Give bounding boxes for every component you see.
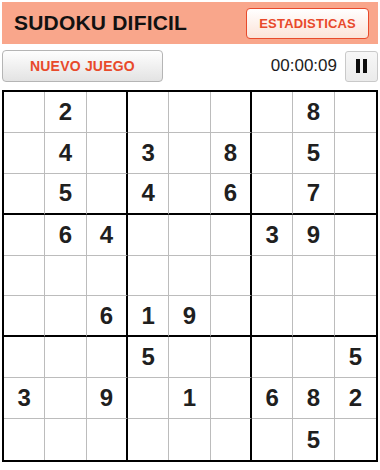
sudoku-cell[interactable]: 5 xyxy=(335,337,376,378)
sudoku-cell[interactable] xyxy=(293,256,334,297)
sudoku-cell[interactable]: 6 xyxy=(87,296,128,337)
sudoku-cell[interactable] xyxy=(293,296,334,337)
sudoku-cell[interactable] xyxy=(4,133,45,174)
sudoku-grid: 28438554676439619553916825 xyxy=(2,90,378,462)
sudoku-cell[interactable]: 6 xyxy=(211,174,252,215)
sudoku-cell[interactable]: 8 xyxy=(293,378,334,419)
sudoku-cell[interactable] xyxy=(335,296,376,337)
sudoku-cell[interactable] xyxy=(169,92,210,133)
sudoku-cell[interactable]: 1 xyxy=(128,296,169,337)
sudoku-cell[interactable]: 5 xyxy=(293,419,334,460)
sudoku-cell[interactable] xyxy=(252,337,293,378)
sudoku-cell[interactable] xyxy=(45,296,86,337)
sudoku-cell[interactable] xyxy=(211,419,252,460)
sudoku-cell[interactable]: 9 xyxy=(169,296,210,337)
sudoku-cell[interactable]: 8 xyxy=(211,133,252,174)
pause-icon xyxy=(356,59,367,73)
sudoku-cell[interactable] xyxy=(293,337,334,378)
sudoku-cell[interactable] xyxy=(87,337,128,378)
sudoku-cell[interactable] xyxy=(87,174,128,215)
sudoku-cell[interactable]: 4 xyxy=(45,133,86,174)
controls-row: NUEVO JUEGO 00:00:09 xyxy=(2,50,378,82)
sudoku-cell[interactable] xyxy=(128,92,169,133)
new-game-button[interactable]: NUEVO JUEGO xyxy=(2,50,163,82)
sudoku-cell[interactable]: 5 xyxy=(45,174,86,215)
sudoku-cell[interactable]: 9 xyxy=(293,215,334,256)
sudoku-cell[interactable] xyxy=(4,337,45,378)
sudoku-cell[interactable]: 7 xyxy=(293,174,334,215)
page-title: SUDOKU DIFICIL xyxy=(14,11,187,35)
sudoku-cell[interactable]: 6 xyxy=(252,378,293,419)
sudoku-cell[interactable] xyxy=(4,92,45,133)
sudoku-cell[interactable] xyxy=(4,215,45,256)
sudoku-cell[interactable] xyxy=(128,256,169,297)
sudoku-cell[interactable] xyxy=(252,174,293,215)
sudoku-cell[interactable] xyxy=(169,215,210,256)
sudoku-cell[interactable] xyxy=(45,378,86,419)
sudoku-cell[interactable] xyxy=(211,92,252,133)
sudoku-cell[interactable] xyxy=(335,92,376,133)
statistics-button[interactable]: ESTADISTICAS xyxy=(246,8,369,39)
sudoku-cell[interactable]: 3 xyxy=(128,133,169,174)
sudoku-cell[interactable] xyxy=(252,92,293,133)
sudoku-cell[interactable] xyxy=(45,256,86,297)
sudoku-cell[interactable]: 2 xyxy=(335,378,376,419)
sudoku-cell[interactable] xyxy=(87,133,128,174)
sudoku-cell[interactable] xyxy=(4,296,45,337)
sudoku-cell[interactable] xyxy=(87,419,128,460)
sudoku-cell[interactable] xyxy=(252,256,293,297)
sudoku-cell[interactable] xyxy=(169,256,210,297)
sudoku-cell[interactable] xyxy=(211,337,252,378)
pause-button[interactable] xyxy=(345,51,378,82)
sudoku-cell[interactable]: 1 xyxy=(169,378,210,419)
sudoku-cell[interactable] xyxy=(169,337,210,378)
sudoku-cell[interactable]: 5 xyxy=(293,133,334,174)
sudoku-cell[interactable] xyxy=(4,419,45,460)
sudoku-cell[interactable] xyxy=(211,215,252,256)
sudoku-cell[interactable] xyxy=(211,378,252,419)
header-banner: SUDOKU DIFICIL ESTADISTICAS xyxy=(2,2,378,44)
sudoku-cell[interactable] xyxy=(335,174,376,215)
sudoku-cell[interactable] xyxy=(4,256,45,297)
sudoku-cell[interactable]: 6 xyxy=(45,215,86,256)
sudoku-cell[interactable] xyxy=(128,215,169,256)
sudoku-cell[interactable] xyxy=(87,92,128,133)
sudoku-cell[interactable]: 4 xyxy=(87,215,128,256)
sudoku-cell[interactable]: 3 xyxy=(4,378,45,419)
sudoku-app: SUDOKU DIFICIL ESTADISTICAS NUEVO JUEGO … xyxy=(0,2,380,470)
sudoku-cell[interactable]: 2 xyxy=(45,92,86,133)
timer: 00:00:09 xyxy=(271,56,337,76)
sudoku-cell[interactable]: 8 xyxy=(293,92,334,133)
sudoku-cell[interactable] xyxy=(335,256,376,297)
sudoku-cell[interactable] xyxy=(335,133,376,174)
sudoku-cell[interactable] xyxy=(252,133,293,174)
sudoku-cell[interactable] xyxy=(335,419,376,460)
sudoku-cell[interactable] xyxy=(169,133,210,174)
sudoku-cell[interactable]: 3 xyxy=(252,215,293,256)
sudoku-cell[interactable] xyxy=(335,215,376,256)
sudoku-cell[interactable] xyxy=(87,256,128,297)
sudoku-cell[interactable]: 9 xyxy=(87,378,128,419)
sudoku-cell[interactable] xyxy=(169,419,210,460)
sudoku-cell[interactable] xyxy=(128,378,169,419)
sudoku-cell[interactable] xyxy=(211,296,252,337)
sudoku-cell[interactable] xyxy=(4,174,45,215)
sudoku-cell[interactable] xyxy=(169,174,210,215)
sudoku-cell[interactable] xyxy=(252,419,293,460)
sudoku-cell[interactable] xyxy=(211,256,252,297)
sudoku-cell[interactable]: 4 xyxy=(128,174,169,215)
sudoku-cell[interactable]: 5 xyxy=(128,337,169,378)
timer-group: 00:00:09 xyxy=(271,51,378,82)
sudoku-cell[interactable] xyxy=(45,337,86,378)
sudoku-cell[interactable] xyxy=(252,296,293,337)
sudoku-cell[interactable] xyxy=(45,419,86,460)
sudoku-cell[interactable] xyxy=(128,419,169,460)
